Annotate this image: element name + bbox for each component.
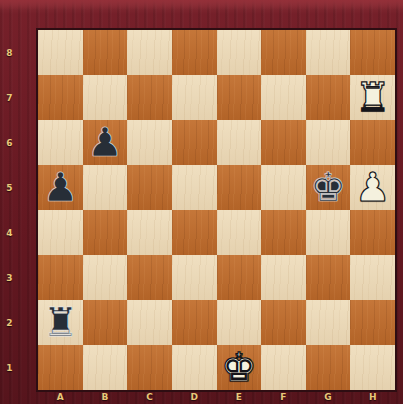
square-b8[interactable]	[83, 30, 128, 75]
rank-label-2: 2	[2, 300, 17, 345]
square-b2[interactable]	[83, 300, 128, 345]
square-g7[interactable]	[306, 75, 351, 120]
square-c7[interactable]	[127, 75, 172, 120]
rank-labels: 87654321	[2, 30, 17, 390]
square-h4[interactable]	[350, 210, 395, 255]
square-c2[interactable]	[127, 300, 172, 345]
square-h6[interactable]	[350, 120, 395, 165]
square-d7[interactable]	[172, 75, 217, 120]
square-b5[interactable]	[83, 165, 128, 210]
square-c8[interactable]	[127, 30, 172, 75]
square-d4[interactable]	[172, 210, 217, 255]
piece-black-king-g5[interactable]: ♚	[306, 165, 351, 210]
square-a7[interactable]	[38, 75, 83, 120]
piece-black-pawn-a5[interactable]: ♟	[38, 165, 83, 210]
file-label-f: F	[261, 390, 306, 404]
square-d8[interactable]	[172, 30, 217, 75]
piece-black-pawn-b6[interactable]: ♟	[83, 120, 128, 165]
square-a4[interactable]	[38, 210, 83, 255]
square-d5[interactable]	[172, 165, 217, 210]
square-a1[interactable]	[38, 345, 83, 390]
square-e5[interactable]	[217, 165, 262, 210]
square-f6[interactable]	[261, 120, 306, 165]
piece-black-rook-a2[interactable]: ♜	[38, 300, 83, 345]
file-label-a: A	[38, 390, 83, 404]
file-label-h: H	[350, 390, 395, 404]
square-a6[interactable]	[38, 120, 83, 165]
file-label-b: B	[83, 390, 128, 404]
square-g3[interactable]	[306, 255, 351, 300]
square-d3[interactable]	[172, 255, 217, 300]
square-g8[interactable]	[306, 30, 351, 75]
square-e3[interactable]	[217, 255, 262, 300]
square-c5[interactable]	[127, 165, 172, 210]
square-c3[interactable]	[127, 255, 172, 300]
rank-label-1: 1	[2, 345, 17, 390]
file-label-c: C	[127, 390, 172, 404]
square-g2[interactable]	[306, 300, 351, 345]
square-e1[interactable]: ♚	[217, 345, 262, 390]
square-f8[interactable]	[261, 30, 306, 75]
square-b6[interactable]: ♟	[83, 120, 128, 165]
frame-top-sheen	[0, 0, 403, 10]
square-b3[interactable]	[83, 255, 128, 300]
file-label-d: D	[172, 390, 217, 404]
square-h1[interactable]	[350, 345, 395, 390]
square-d6[interactable]	[172, 120, 217, 165]
square-b4[interactable]	[83, 210, 128, 255]
square-f2[interactable]	[261, 300, 306, 345]
file-label-g: G	[306, 390, 351, 404]
square-e2[interactable]	[217, 300, 262, 345]
chess-board: ♜♟♟♚♟♜♚	[38, 30, 395, 390]
square-c1[interactable]	[127, 345, 172, 390]
square-b1[interactable]	[83, 345, 128, 390]
rank-label-7: 7	[2, 75, 17, 120]
square-g4[interactable]	[306, 210, 351, 255]
square-h2[interactable]	[350, 300, 395, 345]
rank-label-3: 3	[2, 255, 17, 300]
piece-white-rook-h7[interactable]: ♜	[350, 75, 395, 120]
square-h5[interactable]: ♟	[350, 165, 395, 210]
square-f5[interactable]	[261, 165, 306, 210]
square-f3[interactable]	[261, 255, 306, 300]
square-a5[interactable]: ♟	[38, 165, 83, 210]
square-f7[interactable]	[261, 75, 306, 120]
square-h8[interactable]	[350, 30, 395, 75]
chess-board-screenshot: 87654321 ABCDEFGH ♜♟♟♚♟♜♚	[0, 0, 403, 404]
square-f4[interactable]	[261, 210, 306, 255]
square-f1[interactable]	[261, 345, 306, 390]
square-d1[interactable]	[172, 345, 217, 390]
piece-white-pawn-h5[interactable]: ♟	[350, 165, 395, 210]
square-g5[interactable]: ♚	[306, 165, 351, 210]
square-d2[interactable]	[172, 300, 217, 345]
square-a2[interactable]: ♜	[38, 300, 83, 345]
square-e6[interactable]	[217, 120, 262, 165]
square-e4[interactable]	[217, 210, 262, 255]
file-labels: ABCDEFGH	[38, 390, 395, 404]
square-c4[interactable]	[127, 210, 172, 255]
rank-label-4: 4	[2, 210, 17, 255]
square-g6[interactable]	[306, 120, 351, 165]
rank-label-5: 5	[2, 165, 17, 210]
square-c6[interactable]	[127, 120, 172, 165]
square-b7[interactable]	[83, 75, 128, 120]
rank-label-6: 6	[2, 120, 17, 165]
file-label-e: E	[217, 390, 262, 404]
square-e7[interactable]	[217, 75, 262, 120]
piece-white-king-e1[interactable]: ♚	[217, 345, 262, 390]
square-g1[interactable]	[306, 345, 351, 390]
square-e8[interactable]	[217, 30, 262, 75]
square-a8[interactable]	[38, 30, 83, 75]
square-a3[interactable]	[38, 255, 83, 300]
square-h3[interactable]	[350, 255, 395, 300]
square-h7[interactable]: ♜	[350, 75, 395, 120]
board-area: ♜♟♟♚♟♜♚	[36, 28, 397, 392]
rank-label-8: 8	[2, 30, 17, 75]
